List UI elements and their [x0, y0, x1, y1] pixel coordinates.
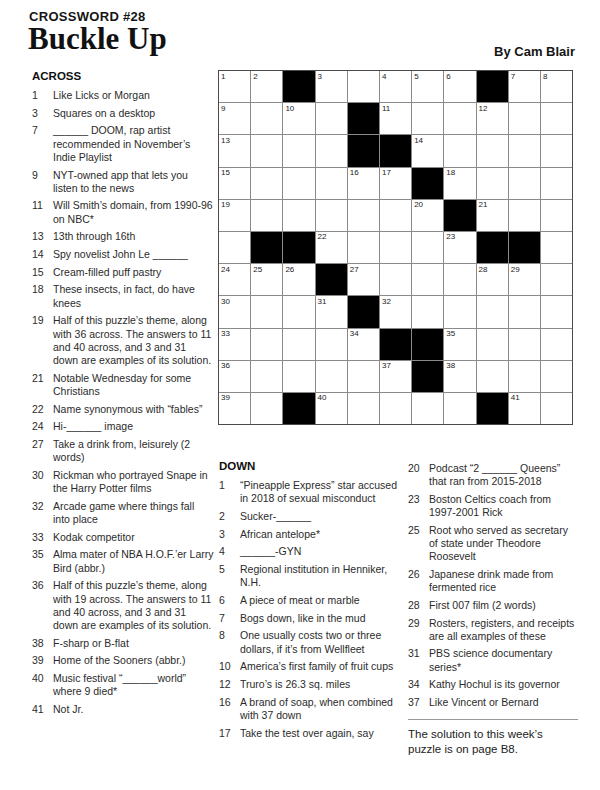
grid-cell[interactable]: [541, 103, 572, 134]
grid-cell[interactable]: 8: [541, 71, 572, 102]
down-clue-7: 7Bogs down, like in the mud: [219, 612, 398, 625]
clue-number: 24: [32, 420, 53, 433]
grid-cell[interactable]: [283, 329, 314, 360]
clue-number: 9: [32, 169, 53, 182]
clue-text: Like Licks or Morgan: [53, 89, 214, 102]
cell-number: 9: [221, 105, 225, 113]
across-clue-18: 18These insects, in fact, do have knees: [32, 283, 214, 309]
black-cell: [283, 71, 314, 102]
black-cell: [348, 296, 379, 327]
grid-cell[interactable]: 6: [444, 71, 475, 102]
grid-cell[interactable]: [348, 232, 379, 263]
clue-text: America’s first family of fruit cups: [240, 660, 398, 673]
clue-number: 1: [32, 89, 53, 102]
grid-cell[interactable]: 35: [444, 329, 475, 360]
clue-number: 27: [32, 438, 53, 451]
cell-number: 30: [221, 298, 230, 306]
cell-number: 20: [414, 201, 423, 209]
grid-cell[interactable]: [283, 168, 314, 199]
grid-cell[interactable]: 16: [348, 168, 379, 199]
cell-number: 34: [350, 330, 359, 338]
grid-cell[interactable]: [477, 361, 508, 392]
clue-text: A piece of meat or marble: [240, 594, 398, 607]
clue-number: 16: [219, 696, 240, 709]
grid-cell[interactable]: [477, 168, 508, 199]
grid-cell[interactable]: [316, 329, 347, 360]
down-clue-2: 2Sucker-______: [219, 510, 398, 523]
down-clues-section-col2: 20Podcast “2 ______ Queens” that ran fro…: [408, 460, 578, 756]
grid-cell[interactable]: [444, 393, 475, 424]
clue-number: 30: [32, 469, 53, 482]
grid-cell[interactable]: [509, 329, 540, 360]
cell-number: 14: [414, 137, 423, 145]
clue-number: 25: [408, 524, 429, 537]
cell-number: 6: [446, 73, 450, 81]
clue-number: 40: [32, 672, 53, 685]
down-clues-section-col1: DOWN 1“Pineapple Express” star accused i…: [219, 460, 398, 744]
down-clue-1: 1“Pineapple Express” star accused in 201…: [219, 479, 398, 505]
clue-text: Regional institution in Henniker, N.H.: [240, 563, 398, 589]
cell-number: 32: [382, 298, 391, 306]
down-clue-3: 3African antelope*: [219, 528, 398, 541]
grid-cell[interactable]: 5: [412, 71, 443, 102]
down-clue-28: 28First 007 film (2 words): [408, 599, 578, 612]
clue-number: 22: [32, 403, 53, 416]
down-clue-29: 29Rosters, registers, and receipts are a…: [408, 617, 578, 643]
clue-text: First 007 film (2 words): [429, 599, 578, 612]
clue-number: 12: [219, 678, 240, 691]
across-clue-38: 38F-sharp or B-flat: [32, 637, 214, 650]
grid-cell[interactable]: 23: [444, 232, 475, 263]
grid-cell[interactable]: 18: [444, 168, 475, 199]
cell-number: 25: [253, 266, 262, 274]
cell-number: 11: [382, 105, 390, 113]
grid-cell[interactable]: 7: [509, 71, 540, 102]
grid-cell[interactable]: 24: [219, 264, 250, 295]
grid-cell[interactable]: [251, 103, 282, 134]
down-heading: DOWN: [219, 460, 398, 472]
clue-text: Music festival “______world” where 9 die…: [53, 672, 214, 698]
down-clue-37: 37Like Vincent or Bernard: [408, 696, 578, 709]
grid-cell[interactable]: 37: [380, 361, 411, 392]
clue-text: Half of this puzzle’s theme, along with …: [53, 579, 214, 632]
clue-text: Notable Wednesday for some Christians: [53, 372, 214, 398]
grid-cell[interactable]: [380, 264, 411, 295]
cell-number: 40: [318, 394, 327, 402]
across-clue-39: 39Home of the Sooners (abbr.): [32, 654, 214, 667]
clue-text: Arcade game where things fall into place: [53, 500, 214, 526]
puzzle-title: Buckle Up: [28, 22, 167, 56]
across-clues-section: ACROSS 1Like Licks or Morgan3Squares on …: [32, 70, 214, 721]
clue-text: Bogs down, like in the mud: [240, 612, 398, 625]
grid-cell[interactable]: [251, 393, 282, 424]
down-clue-10: 10America’s first family of fruit cups: [219, 660, 398, 673]
cell-number: 22: [318, 233, 327, 241]
clue-number: 36: [32, 579, 53, 592]
clue-number: 13: [32, 230, 53, 243]
clue-number: 14: [32, 248, 53, 261]
clue-text: Boston Celtics coach from 1997-2001 Rick: [429, 493, 578, 519]
clue-text: Kathy Hochul is its governor: [429, 678, 578, 691]
clue-text: Take the test over again, say: [240, 727, 398, 740]
down-clue-23: 23Boston Celtics coach from 1997-2001 Ri…: [408, 493, 578, 519]
grid-cell[interactable]: [283, 361, 314, 392]
grid-cell[interactable]: 20: [412, 200, 443, 231]
across-clue-32: 32Arcade game where things fall into pla…: [32, 500, 214, 526]
clue-number: 8: [219, 629, 240, 642]
clue-number: 3: [219, 528, 240, 541]
cell-number: 28: [479, 266, 488, 274]
cell-number: 12: [479, 105, 488, 113]
grid-cell[interactable]: 21: [477, 200, 508, 231]
grid-cell[interactable]: [219, 232, 250, 263]
grid-cell[interactable]: 4: [380, 71, 411, 102]
grid-cell[interactable]: [444, 135, 475, 166]
grid-cell[interactable]: [251, 200, 282, 231]
cell-number: 5: [414, 73, 418, 81]
cell-number: 18: [446, 169, 455, 177]
down-clue-5: 5Regional institution in Henniker, N.H.: [219, 563, 398, 589]
cell-number: 35: [446, 330, 455, 338]
grid-cell[interactable]: [316, 168, 347, 199]
grid-cell[interactable]: 1: [219, 71, 250, 102]
down-clue-20: 20Podcast “2 ______ Queens” that ran fro…: [408, 462, 578, 488]
clue-number: 35: [32, 548, 53, 561]
grid-cell[interactable]: 28: [477, 264, 508, 295]
grid-cell[interactable]: [477, 329, 508, 360]
clue-number: 4: [219, 545, 240, 558]
grid-cell[interactable]: 13: [219, 135, 250, 166]
clue-number: 21: [32, 372, 53, 385]
down-clue-17: 17Take the test over again, say: [219, 727, 398, 740]
across-clue-1: 1Like Licks or Morgan: [32, 89, 214, 102]
cell-number: 16: [350, 169, 359, 177]
cell-number: 26: [285, 266, 294, 274]
cell-number: 8: [543, 73, 547, 81]
grid-cell[interactable]: [348, 393, 379, 424]
clue-number: 37: [408, 696, 429, 709]
grid-cell[interactable]: 14: [412, 135, 443, 166]
crossword-grid: 1234567891011121314151617181920212223242…: [218, 70, 573, 425]
clue-text: Root who served as secretary of state un…: [429, 524, 578, 564]
across-clue-7: 7______ DOOM, rap artist recommended in …: [32, 124, 214, 164]
cell-number: 41: [511, 394, 520, 402]
grid-cell[interactable]: [251, 329, 282, 360]
cell-number: 19: [221, 201, 230, 209]
grid-cell[interactable]: 39: [219, 393, 250, 424]
grid-cell[interactable]: 29: [509, 264, 540, 295]
grid-cell[interactable]: [477, 296, 508, 327]
grid-cell[interactable]: [316, 103, 347, 134]
grid-cell[interactable]: [251, 361, 282, 392]
grid-cell[interactable]: [348, 200, 379, 231]
grid-cell[interactable]: [380, 232, 411, 263]
grid-cell[interactable]: [283, 200, 314, 231]
clue-number: 1: [219, 479, 240, 492]
cell-number: 31: [318, 298, 327, 306]
grid-cell[interactable]: 33: [219, 329, 250, 360]
grid-cell[interactable]: [541, 296, 572, 327]
grid-cell[interactable]: 32: [380, 296, 411, 327]
clue-text: These insects, in fact, do have knees: [53, 283, 214, 309]
clue-number: 32: [32, 500, 53, 513]
grid-cell[interactable]: 3: [316, 71, 347, 102]
solution-note: The solution to this week’s puzzle is on…: [408, 727, 578, 756]
clue-text: ______-GYN: [240, 545, 398, 558]
grid-cell[interactable]: 40: [316, 393, 347, 424]
clue-number: 29: [408, 617, 429, 630]
grid-cell[interactable]: 31: [316, 296, 347, 327]
grid-cell[interactable]: [412, 232, 443, 263]
cell-number: 36: [221, 362, 230, 370]
grid-cell[interactable]: [412, 264, 443, 295]
cell-number: 1: [221, 73, 225, 81]
across-clue-21: 21Notable Wednesday for some Christians: [32, 372, 214, 398]
clue-number: 19: [32, 314, 53, 327]
clue-number: 39: [32, 654, 53, 667]
clue-number: 2: [219, 510, 240, 523]
black-cell: [412, 329, 443, 360]
cell-number: 3: [318, 73, 322, 81]
grid-cell[interactable]: [316, 135, 347, 166]
grid-cell[interactable]: [509, 296, 540, 327]
clue-number: 31: [408, 647, 429, 660]
black-cell: [348, 135, 379, 166]
cell-number: 38: [446, 362, 455, 370]
cell-number: 21: [479, 201, 488, 209]
grid-cell[interactable]: [541, 168, 572, 199]
footer-divider: [408, 719, 578, 720]
black-cell: [444, 200, 475, 231]
grid-cell[interactable]: 17: [380, 168, 411, 199]
grid-cell[interactable]: [444, 296, 475, 327]
black-cell: [477, 71, 508, 102]
grid-cell[interactable]: [251, 135, 282, 166]
clue-number: 38: [32, 637, 53, 650]
cell-number: 13: [221, 137, 230, 145]
grid-cell[interactable]: [509, 135, 540, 166]
clue-text: One usually costs two or three dollars, …: [240, 629, 398, 655]
clue-number: 15: [32, 266, 53, 279]
cell-number: 33: [221, 330, 230, 338]
clue-text: Japanese drink made from fermented rice: [429, 568, 578, 594]
clue-number: 5: [219, 563, 240, 576]
black-cell: [316, 264, 347, 295]
across-clue-15: 15Cream-filled puff pastry: [32, 266, 214, 279]
grid-cell[interactable]: [541, 264, 572, 295]
clue-text: ______ DOOM, rap artist recommended in N…: [53, 124, 214, 164]
grid-cell[interactable]: 41: [509, 393, 540, 424]
grid-cell[interactable]: 10: [283, 103, 314, 134]
clue-text: Sucker-______: [240, 510, 398, 523]
clue-text: Kodak competitor: [53, 531, 214, 544]
grid-cell[interactable]: 34: [348, 329, 379, 360]
cell-number: 24: [221, 266, 230, 274]
grid-cell[interactable]: [380, 393, 411, 424]
clue-text: Not Jr.: [53, 703, 214, 716]
clue-number: 11: [32, 199, 53, 212]
across-clue-list: 1Like Licks or Morgan3Squares on a deskt…: [32, 89, 214, 716]
black-cell: [380, 135, 411, 166]
grid-cell[interactable]: [283, 135, 314, 166]
grid-cell[interactable]: [541, 232, 572, 263]
grid-cell[interactable]: [541, 361, 572, 392]
grid-cell[interactable]: 12: [477, 103, 508, 134]
grid-cell[interactable]: 22: [316, 232, 347, 263]
grid-cell[interactable]: [316, 200, 347, 231]
clue-number: 41: [32, 703, 53, 716]
clue-text: Podcast “2 ______ Queens” that ran from …: [429, 462, 578, 488]
grid-cell[interactable]: 11: [380, 103, 411, 134]
clue-number: 3: [32, 107, 53, 120]
grid-cell[interactable]: [509, 103, 540, 134]
across-clue-13: 1313th through 16th: [32, 230, 214, 243]
black-cell: [251, 232, 282, 263]
grid-cell[interactable]: 38: [444, 361, 475, 392]
cell-number: 7: [511, 73, 515, 81]
clue-number: 28: [408, 599, 429, 612]
cell-number: 39: [221, 394, 230, 402]
grid-cell[interactable]: [444, 103, 475, 134]
cell-number: 29: [511, 266, 520, 274]
clue-text: Home of the Sooners (abbr.): [53, 654, 214, 667]
across-clue-11: 11Will Smith’s domain, from 1990-96 on N…: [32, 199, 214, 225]
clue-text: Squares on a desktop: [53, 107, 214, 120]
grid-cell[interactable]: 26: [283, 264, 314, 295]
clue-number: 7: [32, 124, 53, 137]
grid-cell[interactable]: [316, 361, 347, 392]
clue-number: 26: [408, 568, 429, 581]
grid-cell[interactable]: [380, 200, 411, 231]
black-cell: [283, 232, 314, 263]
grid-cell[interactable]: [283, 296, 314, 327]
grid-cell[interactable]: 30: [219, 296, 250, 327]
clue-text: A brand of soap, when combined with 37 d…: [240, 696, 398, 722]
down-clue-25: 25Root who served as secretary of state …: [408, 524, 578, 564]
black-cell: [380, 329, 411, 360]
cell-number: 10: [285, 105, 294, 113]
cell-number: 23: [446, 233, 455, 241]
across-clue-30: 30Rickman who portrayed Snape in the Har…: [32, 469, 214, 495]
grid-cell[interactable]: [348, 361, 379, 392]
grid-cell[interactable]: 15: [219, 168, 250, 199]
clue-text: Hi-______ image: [53, 420, 214, 433]
black-cell: [477, 232, 508, 263]
across-clue-22: 22Name synonymous with “fables”: [32, 403, 214, 416]
across-clue-35: 35Alma mater of NBA H.O.F.’er Larry Bird…: [32, 548, 214, 574]
grid-cell[interactable]: [412, 103, 443, 134]
clue-text: Alma mater of NBA H.O.F.’er Larry Bird (…: [53, 548, 214, 574]
across-clue-36: 36Half of this puzzle’s theme, along wit…: [32, 579, 214, 632]
grid-cell[interactable]: [477, 135, 508, 166]
clue-text: NYT-owned app that lets you listen to th…: [53, 169, 214, 195]
grid-cell[interactable]: [509, 168, 540, 199]
grid-cell[interactable]: [541, 329, 572, 360]
clue-number: 20: [408, 462, 429, 475]
clue-text: Half of this puzzle’s theme, along with …: [53, 314, 214, 367]
across-heading: ACROSS: [32, 70, 214, 82]
down-clue-34: 34Kathy Hochul is its governor: [408, 678, 578, 691]
clue-text: Rickman who portrayed Snape in the Harry…: [53, 469, 214, 495]
down-clue-26: 26Japanese drink made from fermented ric…: [408, 568, 578, 594]
grid-cell[interactable]: 2: [251, 71, 282, 102]
grid-cell[interactable]: 9: [219, 103, 250, 134]
clue-number: 33: [32, 531, 53, 544]
clue-text: 13th through 16th: [53, 230, 214, 243]
grid-cell[interactable]: [541, 135, 572, 166]
across-clue-24: 24Hi-______ image: [32, 420, 214, 433]
cell-number: 27: [350, 266, 359, 274]
cell-number: 15: [221, 169, 230, 177]
grid-cell[interactable]: [444, 264, 475, 295]
down-clue-list-col2: 20Podcast “2 ______ Queens” that ran fro…: [408, 462, 578, 709]
grid-cell[interactable]: [251, 296, 282, 327]
byline: By Cam Blair: [494, 44, 575, 59]
grid-cell[interactable]: 19: [219, 200, 250, 231]
down-clue-4: 4______-GYN: [219, 545, 398, 558]
across-clue-41: 41Not Jr.: [32, 703, 214, 716]
clue-text: Name synonymous with “fables”: [53, 403, 214, 416]
grid-cell[interactable]: 25: [251, 264, 282, 295]
across-clue-9: 9NYT-owned app that lets you listen to t…: [32, 169, 214, 195]
clue-text: African antelope*: [240, 528, 398, 541]
grid-cell[interactable]: [509, 361, 540, 392]
across-clue-27: 27Take a drink from, leisurely (2 words): [32, 438, 214, 464]
across-clue-40: 40Music festival “______world” where 9 d…: [32, 672, 214, 698]
down-clue-list-col1: 1“Pineapple Express” star accused in 201…: [219, 479, 398, 740]
black-cell: [509, 232, 540, 263]
grid-cell[interactable]: [541, 393, 572, 424]
down-clue-31: 31PBS science documentary series*: [408, 647, 578, 673]
cell-number: 4: [382, 73, 386, 81]
clue-number: 18: [32, 283, 53, 296]
down-clue-16: 16A brand of soap, when combined with 37…: [219, 696, 398, 722]
grid-cell[interactable]: 36: [219, 361, 250, 392]
clue-text: “Pineapple Express” star accused in 2018…: [240, 479, 398, 505]
down-clue-6: 6A piece of meat or marble: [219, 594, 398, 607]
across-clue-14: 14Spy novelist John Le ______: [32, 248, 214, 261]
black-cell: [412, 361, 443, 392]
black-cell: [412, 168, 443, 199]
clue-text: Like Vincent or Bernard: [429, 696, 578, 709]
cell-number: 37: [382, 362, 391, 370]
cell-number: 17: [382, 169, 391, 177]
clue-text: Rosters, registers, and receipts are all…: [429, 617, 578, 643]
clue-number: 7: [219, 612, 240, 625]
clue-number: 34: [408, 678, 429, 691]
down-clue-8: 8One usually costs two or three dollars,…: [219, 629, 398, 655]
clue-text: Will Smith’s domain, from 1990-96 on NBC…: [53, 199, 214, 225]
clue-number: 10: [219, 660, 240, 673]
clue-text: Truro’s is 26.3 sq. miles: [240, 678, 398, 691]
clue-text: PBS science documentary series*: [429, 647, 578, 673]
black-cell: [477, 393, 508, 424]
grid-cell[interactable]: [541, 200, 572, 231]
clue-number: 23: [408, 493, 429, 506]
clue-text: F-sharp or B-flat: [53, 637, 214, 650]
across-clue-19: 19Half of this puzzle’s theme, along wit…: [32, 314, 214, 367]
across-clue-33: 33Kodak competitor: [32, 531, 214, 544]
grid-cell[interactable]: [348, 71, 379, 102]
black-cell: [348, 103, 379, 134]
cell-number: 2: [253, 73, 257, 81]
grid-cell[interactable]: [412, 393, 443, 424]
grid-cell[interactable]: [509, 200, 540, 231]
grid-cell[interactable]: 27: [348, 264, 379, 295]
grid-cell[interactable]: [251, 168, 282, 199]
clue-text: Cream-filled puff pastry: [53, 266, 214, 279]
grid-cell[interactable]: [412, 296, 443, 327]
